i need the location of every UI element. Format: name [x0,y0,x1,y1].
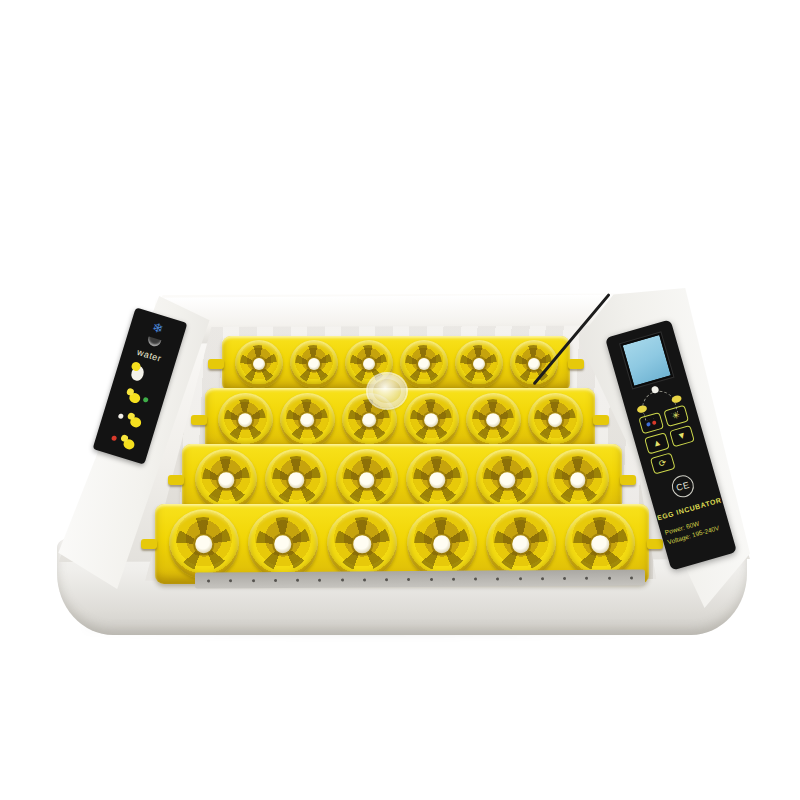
vent-hole [340,578,343,581]
egg-cup [327,509,397,579]
chick-icon [123,387,142,404]
ce-mark: CE [669,473,696,500]
egg-cup [195,449,257,511]
chick-icon [124,412,143,429]
egg-cup [248,509,318,579]
humidity-icon [146,336,161,347]
down-arrow-icon: ▼ [676,431,687,442]
egg-cup [169,509,239,579]
vent-hole [496,577,499,580]
lcd-display [620,333,673,389]
vent-hole [363,578,366,581]
egg-cup [400,340,448,388]
status-dot [143,397,149,403]
egg-turn-icon: ⟳ [658,458,668,469]
vent-hole [207,579,210,582]
egg-cup [404,393,459,448]
dial-right-icon [671,394,683,403]
vent-hole [318,578,321,581]
egg-hatch-icon [130,364,146,382]
egg-incubator: ❄ water ✳ ▲ ▼ ⟳ CE EGG INCUBATO [55,288,750,638]
vent-hole [518,577,521,580]
vent-hole [407,578,410,581]
vent-hole [229,579,232,582]
blue-dot-icon [646,421,651,426]
egg-cup [406,449,468,511]
egg-cup [265,449,327,511]
egg-cup [486,509,556,579]
product-photo-scene: ❄ water ✳ ▲ ▼ ⟳ CE EGG INCUBATO [0,0,800,800]
egg-turn-button: ⟳ [650,452,676,474]
vent-hole [630,576,633,579]
status-dot [111,435,117,441]
vent-hole [251,579,254,582]
snowflake-icon: ❄ [151,320,165,336]
vent-hole [474,577,477,580]
vent-hole [563,576,566,579]
candling-vent-cap [368,374,406,408]
vent-hole [296,578,299,581]
egg-cup [455,340,503,388]
up-button: ▲ [644,432,670,454]
egg-cup [235,340,283,388]
vent-hole [429,577,432,580]
egg-cup [565,509,635,579]
egg-cup [528,393,583,448]
egg-cup [466,393,521,448]
vent-hole [607,576,610,579]
ventilation-holes-strip [195,569,645,588]
egg-cup [336,449,398,511]
vent-hole [385,578,388,581]
chick-icon [117,434,136,451]
vent-hole [541,577,544,580]
egg-cup [547,449,609,511]
status-dot [118,413,124,419]
egg-cup [218,393,273,448]
egg-cup [476,449,538,511]
vent-hole [585,576,588,579]
dial-graphic [633,382,683,414]
down-button: ▼ [669,425,695,447]
vent-hole [452,577,455,580]
red-dot-icon [652,420,657,425]
up-arrow-icon: ▲ [651,438,662,449]
egg-cup [407,509,477,579]
vent-hole [274,579,277,582]
egg-cup [280,393,335,448]
egg-cup [290,340,338,388]
hatch-stage-indicators [108,360,158,455]
